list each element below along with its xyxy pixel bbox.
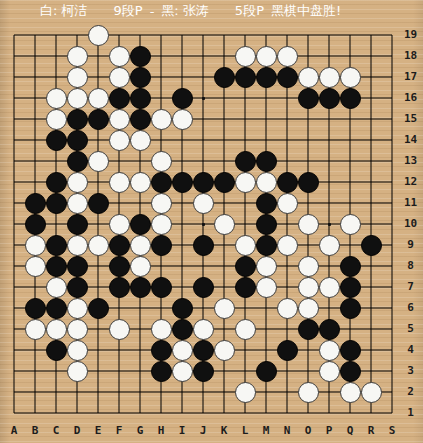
column-label-K: K — [214, 424, 235, 437]
stone-white-M7 — [256, 277, 277, 298]
stone-white-N9 — [277, 235, 298, 256]
stone-black-M17 — [256, 67, 277, 88]
stone-black-M10 — [256, 214, 277, 235]
stone-white-P9 — [319, 235, 340, 256]
stone-white-D6 — [67, 298, 88, 319]
stone-black-D7 — [67, 277, 88, 298]
stone-white-B5 — [25, 319, 46, 340]
stone-black-G15 — [130, 109, 151, 130]
black-player-rank: 5段P — [235, 2, 264, 20]
row-label-18: 18 — [399, 49, 422, 63]
stone-black-J3 — [193, 361, 214, 382]
stone-white-K4 — [214, 340, 235, 361]
stone-white-D3 — [67, 361, 88, 382]
stone-white-M18 — [256, 46, 277, 67]
stone-white-L12 — [235, 172, 256, 193]
stone-black-G7 — [130, 277, 151, 298]
stone-black-I16 — [172, 88, 193, 109]
stone-black-G17 — [130, 67, 151, 88]
stone-white-Q2 — [340, 382, 361, 403]
stone-white-P3 — [319, 361, 340, 382]
row-label-5: 5 — [399, 322, 422, 336]
star-point-J10 — [202, 223, 205, 226]
stone-black-L13 — [235, 151, 256, 172]
stone-black-E6 — [88, 298, 109, 319]
stone-white-C16 — [46, 88, 67, 109]
stone-white-E19 — [88, 25, 109, 46]
row-label-14: 14 — [399, 133, 422, 147]
stone-white-D11 — [67, 193, 88, 214]
stone-black-D8 — [67, 256, 88, 277]
stone-white-L18 — [235, 46, 256, 67]
stone-black-B10 — [25, 214, 46, 235]
stone-black-H9 — [151, 235, 172, 256]
stone-black-F7 — [109, 277, 130, 298]
stone-white-F10 — [109, 214, 130, 235]
stone-black-P16 — [319, 88, 340, 109]
column-label-B: B — [25, 424, 46, 437]
stone-white-F12 — [109, 172, 130, 193]
stone-white-Q10 — [340, 214, 361, 235]
stone-white-B9 — [25, 235, 46, 256]
stone-black-G10 — [130, 214, 151, 235]
stone-black-J4 — [193, 340, 214, 361]
stone-white-N18 — [277, 46, 298, 67]
row-label-6: 6 — [399, 301, 422, 315]
stone-black-G16 — [130, 88, 151, 109]
stone-black-L17 — [235, 67, 256, 88]
white-player-label: 白: 柯洁 — [40, 2, 88, 20]
stone-black-D14 — [67, 130, 88, 151]
stone-black-Q8 — [340, 256, 361, 277]
stone-white-R2 — [361, 382, 382, 403]
stone-black-C14 — [46, 130, 67, 151]
star-point-J16 — [202, 97, 205, 100]
stone-white-F17 — [109, 67, 130, 88]
column-label-M: M — [256, 424, 277, 437]
stone-white-O7 — [298, 277, 319, 298]
stone-white-F18 — [109, 46, 130, 67]
stone-white-G12 — [130, 172, 151, 193]
stone-black-H12 — [151, 172, 172, 193]
stone-black-Q7 — [340, 277, 361, 298]
black-player-label: 黑: 张涛 — [161, 2, 209, 20]
column-label-N: N — [277, 424, 298, 437]
row-label-17: 17 — [399, 70, 422, 84]
stone-white-D17 — [67, 67, 88, 88]
column-label-G: G — [130, 424, 151, 437]
stone-black-C4 — [46, 340, 67, 361]
column-label-E: E — [88, 424, 109, 437]
stone-white-K10 — [214, 214, 235, 235]
column-label-F: F — [109, 424, 130, 437]
stone-black-Q16 — [340, 88, 361, 109]
row-label-3: 3 — [399, 364, 422, 378]
stone-white-E16 — [88, 88, 109, 109]
stone-white-L2 — [235, 382, 256, 403]
stone-white-E13 — [88, 151, 109, 172]
stone-black-K12 — [214, 172, 235, 193]
stone-white-L5 — [235, 319, 256, 340]
stone-black-L7 — [235, 277, 256, 298]
stone-white-N11 — [277, 193, 298, 214]
stone-white-O10 — [298, 214, 319, 235]
stone-black-D13 — [67, 151, 88, 172]
stone-white-F15 — [109, 109, 130, 130]
stone-white-Q17 — [340, 67, 361, 88]
stone-white-F5 — [109, 319, 130, 340]
stone-white-L9 — [235, 235, 256, 256]
stone-white-H5 — [151, 319, 172, 340]
stone-white-O2 — [298, 382, 319, 403]
stone-white-J5 — [193, 319, 214, 340]
stone-white-F14 — [109, 130, 130, 151]
stone-black-M3 — [256, 361, 277, 382]
row-label-1: 1 — [399, 406, 422, 420]
stone-white-B8 — [25, 256, 46, 277]
stone-black-I6 — [172, 298, 193, 319]
stone-black-O5 — [298, 319, 319, 340]
stone-black-N12 — [277, 172, 298, 193]
stone-black-N4 — [277, 340, 298, 361]
stone-white-M12 — [256, 172, 277, 193]
row-label-16: 16 — [399, 91, 422, 105]
stone-white-O17 — [298, 67, 319, 88]
row-label-10: 10 — [399, 217, 422, 231]
stone-black-P5 — [319, 319, 340, 340]
stone-white-O6 — [298, 298, 319, 319]
stone-black-H3 — [151, 361, 172, 382]
stone-white-C5 — [46, 319, 67, 340]
stone-black-H7 — [151, 277, 172, 298]
column-label-L: L — [235, 424, 256, 437]
stone-black-C12 — [46, 172, 67, 193]
stone-black-B11 — [25, 193, 46, 214]
stone-white-D18 — [67, 46, 88, 67]
row-label-13: 13 — [399, 154, 422, 168]
stone-black-J12 — [193, 172, 214, 193]
stone-white-P7 — [319, 277, 340, 298]
stone-white-E9 — [88, 235, 109, 256]
stone-black-O16 — [298, 88, 319, 109]
stone-black-O12 — [298, 172, 319, 193]
stone-white-H10 — [151, 214, 172, 235]
stone-black-I5 — [172, 319, 193, 340]
stone-white-H15 — [151, 109, 172, 130]
players-separator: - — [150, 4, 155, 19]
row-label-15: 15 — [399, 112, 422, 126]
stone-black-F9 — [109, 235, 130, 256]
stone-black-E15 — [88, 109, 109, 130]
stone-black-F16 — [109, 88, 130, 109]
stone-black-C11 — [46, 193, 67, 214]
stone-black-G18 — [130, 46, 151, 67]
stone-black-M11 — [256, 193, 277, 214]
row-label-7: 7 — [399, 280, 422, 294]
go-board-screen: 白: 柯洁 9段P - 黑: 张涛 5段P 黑棋中盘胜! ABCDEFGHIJK… — [0, 0, 423, 443]
row-label-2: 2 — [399, 385, 422, 399]
stone-black-L8 — [235, 256, 256, 277]
stone-white-D5 — [67, 319, 88, 340]
stone-white-O8 — [298, 256, 319, 277]
stone-white-I4 — [172, 340, 193, 361]
row-label-12: 12 — [399, 175, 422, 189]
stone-black-R9 — [361, 235, 382, 256]
stone-black-Q3 — [340, 361, 361, 382]
column-label-I: I — [172, 424, 193, 437]
stone-black-Q4 — [340, 340, 361, 361]
stone-white-H11 — [151, 193, 172, 214]
stone-white-N6 — [277, 298, 298, 319]
stone-white-G14 — [130, 130, 151, 151]
row-label-8: 8 — [399, 259, 422, 273]
row-label-4: 4 — [399, 343, 422, 357]
stone-white-J11 — [193, 193, 214, 214]
stone-white-G9 — [130, 235, 151, 256]
stone-black-H4 — [151, 340, 172, 361]
stone-white-D16 — [67, 88, 88, 109]
column-label-P: P — [319, 424, 340, 437]
column-label-J: J — [193, 424, 214, 437]
stone-black-D10 — [67, 214, 88, 235]
stone-black-C6 — [46, 298, 67, 319]
row-label-9: 9 — [399, 238, 422, 252]
stone-white-P17 — [319, 67, 340, 88]
stone-white-I15 — [172, 109, 193, 130]
column-label-S: S — [382, 424, 403, 437]
stone-black-B6 — [25, 298, 46, 319]
column-label-H: H — [151, 424, 172, 437]
column-label-A: A — [4, 424, 25, 437]
stone-black-D15 — [67, 109, 88, 130]
stone-white-C15 — [46, 109, 67, 130]
stone-black-Q6 — [340, 298, 361, 319]
stone-black-K17 — [214, 67, 235, 88]
stone-black-J7 — [193, 277, 214, 298]
stone-black-I12 — [172, 172, 193, 193]
row-label-19: 19 — [399, 28, 422, 42]
stone-black-J9 — [193, 235, 214, 256]
stone-white-I3 — [172, 361, 193, 382]
game-result: 黑棋中盘胜! — [271, 2, 341, 20]
row-label-11: 11 — [399, 196, 422, 210]
white-player-rank: 9段P — [114, 2, 143, 20]
stone-white-P4 — [319, 340, 340, 361]
stone-black-M13 — [256, 151, 277, 172]
stone-black-C9 — [46, 235, 67, 256]
column-label-R: R — [361, 424, 382, 437]
stone-black-E11 — [88, 193, 109, 214]
stone-white-C7 — [46, 277, 67, 298]
stone-white-D12 — [67, 172, 88, 193]
stone-black-M9 — [256, 235, 277, 256]
star-point-P10 — [328, 223, 331, 226]
stone-white-G8 — [130, 256, 151, 277]
stone-white-D9 — [67, 235, 88, 256]
stone-white-H13 — [151, 151, 172, 172]
column-label-C: C — [46, 424, 67, 437]
game-info-header: 白: 柯洁 9段P - 黑: 张涛 5段P 黑棋中盘胜! — [0, 0, 423, 22]
stone-black-N17 — [277, 67, 298, 88]
column-label-Q: Q — [340, 424, 361, 437]
stone-black-F8 — [109, 256, 130, 277]
stone-white-D4 — [67, 340, 88, 361]
stone-white-M8 — [256, 256, 277, 277]
stone-black-C8 — [46, 256, 67, 277]
column-label-D: D — [67, 424, 88, 437]
column-label-O: O — [298, 424, 319, 437]
stone-white-K6 — [214, 298, 235, 319]
